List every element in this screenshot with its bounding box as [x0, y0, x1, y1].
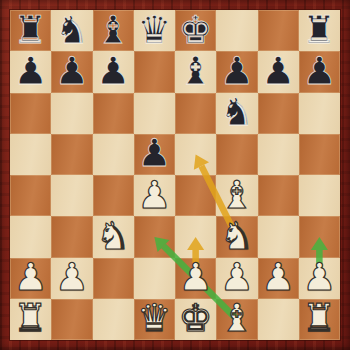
- piece-white-queen-d1[interactable]: ♛: [134, 298, 175, 339]
- piece-white-bishop-f4[interactable]: ♝: [216, 174, 257, 215]
- piece-black-knight-f6[interactable]: ♞: [216, 92, 257, 133]
- piece-white-rook-a1[interactable]: ♜: [10, 298, 51, 339]
- piece-black-bishop-e7[interactable]: ♝: [175, 50, 216, 91]
- piece-white-rook-h1[interactable]: ♜: [299, 298, 340, 339]
- piece-white-knight-c3[interactable]: ♞: [93, 215, 134, 256]
- piece-black-queen-d8[interactable]: ♛: [134, 9, 175, 50]
- piece-white-pawn-g2[interactable]: ♟: [258, 257, 299, 298]
- piece-black-rook-h8[interactable]: ♜: [299, 9, 340, 50]
- piece-black-pawn-g7[interactable]: ♟: [258, 50, 299, 91]
- piece-black-bishop-c8[interactable]: ♝: [93, 9, 134, 50]
- piece-black-king-e8[interactable]: ♚: [175, 9, 216, 50]
- piece-white-pawn-a2[interactable]: ♟: [10, 257, 51, 298]
- piece-black-rook-a8[interactable]: ♜: [10, 9, 51, 50]
- piece-black-pawn-h7[interactable]: ♟: [299, 50, 340, 91]
- piece-white-pawn-h2[interactable]: ♟: [299, 257, 340, 298]
- piece-white-pawn-b2[interactable]: ♟: [51, 257, 92, 298]
- piece-black-pawn-a7[interactable]: ♟: [10, 50, 51, 91]
- piece-white-pawn-d4[interactable]: ♟: [134, 174, 175, 215]
- piece-black-pawn-b7[interactable]: ♟: [51, 50, 92, 91]
- piece-white-knight-f3[interactable]: ♞: [216, 215, 257, 256]
- piece-black-knight-b8[interactable]: ♞: [51, 9, 92, 50]
- piece-white-pawn-e2[interactable]: ♟: [175, 257, 216, 298]
- piece-black-pawn-f7[interactable]: ♟: [216, 50, 257, 91]
- piece-black-pawn-c7[interactable]: ♟: [93, 50, 134, 91]
- piece-white-pawn-f2[interactable]: ♟: [216, 257, 257, 298]
- piece-white-bishop-f1[interactable]: ♝: [216, 298, 257, 339]
- board-frame: ♜♞♝♛♚♜♟♟♟♝♟♟♟♞♟♟♝♞♞♟♟♟♟♟♟♜♛♚♝♜: [0, 0, 350, 350]
- piece-white-king-e1[interactable]: ♚: [175, 298, 216, 339]
- piece-black-pawn-d5[interactable]: ♟: [134, 133, 175, 174]
- chess-board: ♜♞♝♛♚♜♟♟♟♝♟♟♟♞♟♟♝♞♞♟♟♟♟♟♟♜♛♚♝♜: [10, 10, 340, 340]
